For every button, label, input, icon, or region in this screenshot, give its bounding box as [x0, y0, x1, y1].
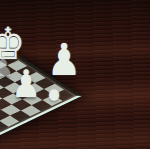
- photo-stage: ♚♟♟●♟: [0, 0, 150, 149]
- white-pawn-offboard[interactable]: ♟: [47, 38, 81, 82]
- white-pawn[interactable]: ♟: [12, 65, 41, 103]
- white-ball[interactable]: ●: [48, 87, 59, 102]
